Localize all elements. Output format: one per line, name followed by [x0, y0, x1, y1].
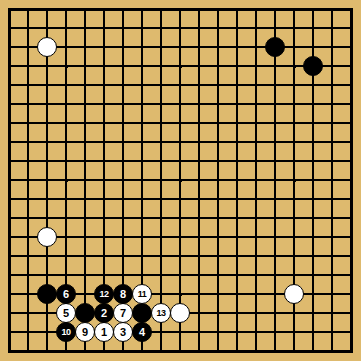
stone-black-f3[interactable]: 2	[94, 303, 114, 323]
move-number: 6	[63, 289, 69, 300]
stone-white-c7[interactable]	[37, 227, 57, 247]
stone-black-h2[interactable]: 4	[132, 322, 152, 342]
stone-black-g4[interactable]: 8	[113, 284, 133, 304]
grid-hline	[8, 198, 353, 199]
star-point	[293, 65, 296, 68]
star-point	[179, 293, 182, 296]
stone-black-e3[interactable]	[75, 303, 95, 323]
move-number: 1	[101, 327, 107, 338]
stone-black-r16[interactable]	[303, 56, 323, 76]
stone-black-p17[interactable]	[265, 37, 285, 57]
move-number: 10	[61, 328, 70, 337]
move-number: 7	[120, 308, 126, 319]
stone-white-e2[interactable]: 9	[75, 322, 95, 342]
move-number: 3	[120, 327, 126, 338]
grid-hline	[8, 236, 353, 237]
grid-hline	[8, 274, 353, 275]
stone-white-g3[interactable]: 7	[113, 303, 133, 323]
star-point	[179, 179, 182, 182]
stone-black-c4[interactable]	[37, 284, 57, 304]
move-number: 9	[82, 327, 88, 338]
move-number: 2	[101, 308, 107, 319]
move-number: 11	[138, 290, 147, 299]
stone-white-c17[interactable]	[37, 37, 57, 57]
stone-white-d3[interactable]: 5	[56, 303, 76, 323]
grid-vline	[217, 8, 218, 353]
grid-vline	[255, 8, 256, 353]
stone-white-k3[interactable]	[170, 303, 190, 323]
move-number: 5	[63, 308, 69, 319]
star-point	[65, 179, 68, 182]
star-point	[179, 65, 182, 68]
stone-black-d2[interactable]: 10	[56, 322, 76, 342]
stone-white-h4[interactable]: 11	[132, 284, 152, 304]
grid-hline	[8, 255, 353, 256]
stone-white-q4[interactable]	[284, 284, 304, 304]
grid-hline	[8, 217, 353, 218]
grid-vline	[331, 8, 332, 353]
move-number: 4	[139, 327, 145, 338]
stone-black-f4[interactable]: 12	[94, 284, 114, 304]
move-number: 12	[99, 290, 108, 299]
stone-white-g2[interactable]: 3	[113, 322, 133, 342]
grid-vline	[274, 8, 275, 353]
grid-hline	[8, 350, 353, 353]
grid-vline	[236, 8, 237, 353]
move-number: 8	[120, 289, 126, 300]
go-board[interactable]: 12345678910111213	[0, 0, 361, 361]
star-point	[293, 179, 296, 182]
star-point	[65, 65, 68, 68]
grid-vline	[198, 8, 199, 353]
stone-white-j3[interactable]: 13	[151, 303, 171, 323]
stone-black-h3[interactable]	[132, 303, 152, 323]
grid-vline	[350, 8, 353, 353]
stone-white-f2[interactable]: 1	[94, 322, 114, 342]
stone-black-d4[interactable]: 6	[56, 284, 76, 304]
move-number: 13	[156, 309, 165, 318]
